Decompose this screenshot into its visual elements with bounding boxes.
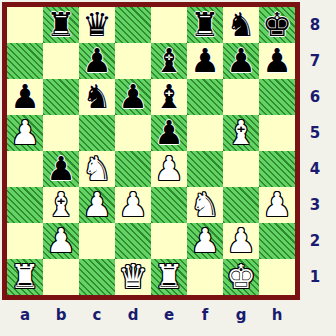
- white-knight[interactable]: ♞: [82, 151, 112, 187]
- square-d1[interactable]: ♛: [115, 259, 151, 295]
- white-king[interactable]: ♚: [226, 259, 256, 295]
- rank-label-2: 2: [300, 223, 330, 259]
- file-label-f: f: [187, 302, 223, 328]
- white-pawn[interactable]: ♟: [82, 187, 112, 223]
- square-a4[interactable]: [7, 151, 43, 187]
- white-pawn[interactable]: ♟: [10, 115, 40, 151]
- square-g4[interactable]: [223, 151, 259, 187]
- square-e2[interactable]: [151, 223, 187, 259]
- square-g2[interactable]: ♟: [223, 223, 259, 259]
- square-b7[interactable]: [43, 43, 79, 79]
- rank-label-4: 4: [300, 151, 330, 187]
- file-labels: abcdefgh: [7, 302, 295, 328]
- rank-label-7: 7: [300, 43, 330, 79]
- square-f7[interactable]: ♟: [187, 43, 223, 79]
- file-label-g: g: [223, 302, 259, 328]
- white-rook[interactable]: ♜: [154, 259, 184, 295]
- square-h5[interactable]: [259, 115, 295, 151]
- square-d3[interactable]: ♟: [115, 187, 151, 223]
- white-bishop[interactable]: ♝: [226, 115, 256, 151]
- square-b1[interactable]: [43, 259, 79, 295]
- white-queen[interactable]: ♛: [118, 259, 148, 295]
- square-f5[interactable]: [187, 115, 223, 151]
- square-h4[interactable]: [259, 151, 295, 187]
- black-bishop[interactable]: ♝: [154, 79, 184, 115]
- square-c2[interactable]: [79, 223, 115, 259]
- black-pawn[interactable]: ♟: [10, 79, 40, 115]
- file-label-b: b: [43, 302, 79, 328]
- square-a5[interactable]: ♟: [7, 115, 43, 151]
- square-e1[interactable]: ♜: [151, 259, 187, 295]
- rank-label-8: 8: [300, 7, 330, 43]
- square-c7[interactable]: ♟: [79, 43, 115, 79]
- square-f8[interactable]: ♜: [187, 7, 223, 43]
- square-b5[interactable]: [43, 115, 79, 151]
- square-e8[interactable]: [151, 7, 187, 43]
- square-c3[interactable]: ♟: [79, 187, 115, 223]
- square-g8[interactable]: ♞: [223, 7, 259, 43]
- square-e5[interactable]: ♟: [151, 115, 187, 151]
- square-c8[interactable]: ♛: [79, 7, 115, 43]
- square-h8[interactable]: ♚: [259, 7, 295, 43]
- square-f2[interactable]: ♟: [187, 223, 223, 259]
- square-g7[interactable]: ♟: [223, 43, 259, 79]
- black-pawn[interactable]: ♟: [46, 151, 76, 187]
- square-f3[interactable]: ♞: [187, 187, 223, 223]
- square-h7[interactable]: ♟: [259, 43, 295, 79]
- white-pawn[interactable]: ♟: [154, 151, 184, 187]
- square-d5[interactable]: [115, 115, 151, 151]
- square-e4[interactable]: ♟: [151, 151, 187, 187]
- square-c6[interactable]: ♞: [79, 79, 115, 115]
- black-rook[interactable]: ♜: [190, 7, 220, 43]
- square-a6[interactable]: ♟: [7, 79, 43, 115]
- square-e6[interactable]: ♝: [151, 79, 187, 115]
- white-pawn[interactable]: ♟: [46, 223, 76, 259]
- square-b3[interactable]: ♝: [43, 187, 79, 223]
- square-e7[interactable]: ♝: [151, 43, 187, 79]
- white-pawn[interactable]: ♟: [262, 187, 292, 223]
- square-f4[interactable]: [187, 151, 223, 187]
- square-d4[interactable]: [115, 151, 151, 187]
- board-frame: ♜♛♜♞♚♟♝♟♟♟♟♞♟♝♟♟♝♟♞♟♝♟♟♞♟♟♟♟♜♛♜♚: [2, 2, 300, 300]
- black-bishop[interactable]: ♝: [154, 43, 184, 79]
- square-b6[interactable]: [43, 79, 79, 115]
- white-pawn[interactable]: ♟: [190, 223, 220, 259]
- black-queen[interactable]: ♛: [82, 7, 112, 43]
- rank-labels: 87654321: [300, 7, 330, 295]
- square-g1[interactable]: ♚: [223, 259, 259, 295]
- rank-label-5: 5: [300, 115, 330, 151]
- white-bishop[interactable]: ♝: [46, 187, 76, 223]
- black-pawn[interactable]: ♟: [190, 43, 220, 79]
- rank-label-1: 1: [300, 259, 330, 295]
- square-c4[interactable]: ♞: [79, 151, 115, 187]
- square-a1[interactable]: ♜: [7, 259, 43, 295]
- white-knight[interactable]: ♞: [190, 187, 220, 223]
- white-rook[interactable]: ♜: [10, 259, 40, 295]
- file-label-a: a: [7, 302, 43, 328]
- square-f6[interactable]: [187, 79, 223, 115]
- square-c1[interactable]: [79, 259, 115, 295]
- square-a3[interactable]: [7, 187, 43, 223]
- square-d7[interactable]: [115, 43, 151, 79]
- black-pawn[interactable]: ♟: [82, 43, 112, 79]
- square-d6[interactable]: ♟: [115, 79, 151, 115]
- square-b2[interactable]: ♟: [43, 223, 79, 259]
- black-pawn[interactable]: ♟: [226, 43, 256, 79]
- square-g6[interactable]: [223, 79, 259, 115]
- square-h3[interactable]: ♟: [259, 187, 295, 223]
- chess-board: ♜♛♜♞♚♟♝♟♟♟♟♞♟♝♟♟♝♟♞♟♝♟♟♞♟♟♟♟♜♛♜♚: [7, 7, 295, 295]
- square-h1[interactable]: [259, 259, 295, 295]
- square-d2[interactable]: [115, 223, 151, 259]
- black-pawn[interactable]: ♟: [262, 43, 292, 79]
- square-e3[interactable]: [151, 187, 187, 223]
- square-h2[interactable]: [259, 223, 295, 259]
- square-a2[interactable]: [7, 223, 43, 259]
- black-knight[interactable]: ♞: [226, 7, 256, 43]
- black-king[interactable]: ♚: [262, 7, 292, 43]
- square-f1[interactable]: [187, 259, 223, 295]
- black-pawn[interactable]: ♟: [154, 115, 184, 151]
- white-pawn[interactable]: ♟: [226, 223, 256, 259]
- square-b4[interactable]: ♟: [43, 151, 79, 187]
- square-a7[interactable]: [7, 43, 43, 79]
- black-rook[interactable]: ♜: [46, 7, 76, 43]
- square-b8[interactable]: ♜: [43, 7, 79, 43]
- black-pawn[interactable]: ♟: [118, 79, 148, 115]
- file-label-h: h: [259, 302, 295, 328]
- rank-label-3: 3: [300, 187, 330, 223]
- square-h6[interactable]: [259, 79, 295, 115]
- square-d8[interactable]: [115, 7, 151, 43]
- square-a8[interactable]: [7, 7, 43, 43]
- square-g5[interactable]: ♝: [223, 115, 259, 151]
- rank-label-6: 6: [300, 79, 330, 115]
- file-label-d: d: [115, 302, 151, 328]
- square-g3[interactable]: [223, 187, 259, 223]
- square-c5[interactable]: [79, 115, 115, 151]
- black-knight[interactable]: ♞: [82, 79, 112, 115]
- file-label-e: e: [151, 302, 187, 328]
- file-label-c: c: [79, 302, 115, 328]
- white-pawn[interactable]: ♟: [118, 187, 148, 223]
